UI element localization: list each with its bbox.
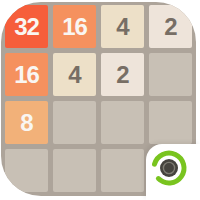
tile-16: 16 bbox=[5, 53, 48, 96]
empty-cell-r1c3 bbox=[149, 53, 192, 96]
empty-cell-r3c2 bbox=[101, 149, 144, 192]
empty-cell-r2c1 bbox=[53, 101, 96, 144]
empty-cell-r3c0 bbox=[5, 149, 48, 192]
tile-2: 2 bbox=[101, 53, 144, 96]
tile-16: 16 bbox=[53, 5, 96, 48]
tile-2: 2 bbox=[149, 5, 192, 48]
tile-4: 4 bbox=[101, 5, 144, 48]
logo-center-dot bbox=[160, 159, 178, 177]
empty-cell-r2c3 bbox=[149, 101, 192, 144]
tile-8: 8 bbox=[5, 101, 48, 144]
green-ring-logo-icon bbox=[143, 142, 195, 194]
screenshot-stage: 32164216428 bbox=[0, 0, 200, 200]
empty-cell-r3c1 bbox=[53, 149, 96, 192]
tile-4: 4 bbox=[53, 53, 96, 96]
empty-cell-r2c2 bbox=[101, 101, 144, 144]
tile-32: 32 bbox=[5, 5, 48, 48]
